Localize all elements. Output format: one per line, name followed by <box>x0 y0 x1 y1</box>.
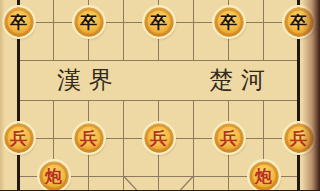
piece-red-soldier-file4[interactable]: 兵 <box>144 123 173 152</box>
piece-red-soldier-file0[interactable]: 兵 <box>4 123 33 152</box>
piece-red-soldier-file2[interactable]: 兵 <box>74 123 103 152</box>
pieces-layer: 卒卒卒卒卒兵兵兵兵兵炮炮 <box>0 0 320 190</box>
piece-black-soldier-file4[interactable]: 卒 <box>144 8 173 37</box>
piece-black-soldier-file8[interactable]: 卒 <box>284 8 313 37</box>
piece-red-cannon-file7[interactable]: 炮 <box>249 162 278 191</box>
piece-red-soldier-file6[interactable]: 兵 <box>214 123 243 152</box>
piece-black-soldier-file0[interactable]: 卒 <box>4 8 33 37</box>
piece-black-soldier-file6[interactable]: 卒 <box>214 8 243 37</box>
piece-red-cannon-file1[interactable]: 炮 <box>39 162 68 191</box>
piece-red-soldier-file8[interactable]: 兵 <box>284 123 313 152</box>
xiangqi-board: 漢 界 楚 河 卒卒卒卒卒兵兵兵兵兵炮炮 <box>0 0 320 190</box>
piece-black-soldier-file2[interactable]: 卒 <box>74 8 103 37</box>
